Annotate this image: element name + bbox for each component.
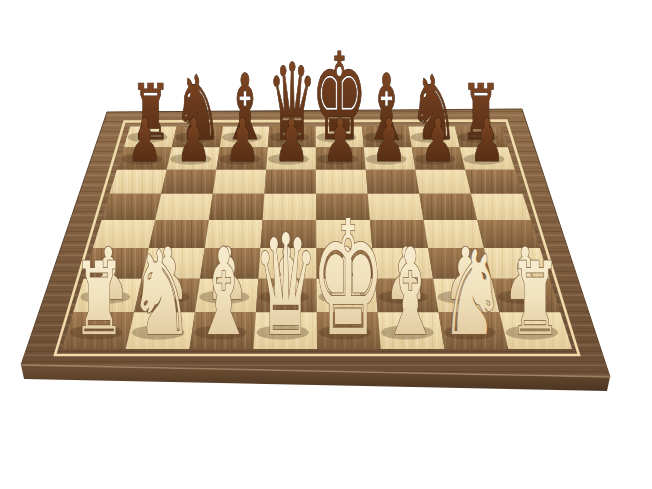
square-a5-grain — [102, 194, 162, 220]
piece-black-pawn-b7: ♟ — [176, 106, 211, 174]
chessboard-svg: ♜♞♝♛♚♝♞♜♟♟♟♟♟♟♟♟♟♟♟♟♟♟♟♟♜♞♝♛♚♝♞♜ — [0, 0, 652, 489]
piece-black-pawn-d7: ♟ — [274, 106, 309, 174]
piece-black-pawn-c7: ♟ — [225, 106, 260, 174]
square-h5-grain — [471, 194, 531, 220]
piece-black-pawn-g7: ♟ — [421, 106, 456, 174]
piece-white-knight-g1: ♞ — [440, 225, 505, 362]
square-g5-grain — [419, 194, 477, 220]
square-b5-grain — [155, 194, 213, 220]
piece-black-pawn-e7: ♟ — [323, 106, 358, 174]
piece-black-pawn-a7: ♟ — [127, 106, 162, 174]
piece-white-king-e1: ♚ — [311, 186, 385, 372]
piece-black-pawn-f7: ♟ — [372, 106, 407, 174]
piece-white-queen-d1: ♛ — [253, 205, 318, 367]
chess-set-photo: ♜♞♝♛♚♝♞♜♟♟♟♟♟♟♟♟♟♟♟♟♟♟♟♟♜♞♝♛♚♝♞♜ — [0, 0, 652, 489]
piece-white-rook-a1: ♜ — [73, 241, 125, 357]
piece-white-rook-h1: ♜ — [509, 241, 561, 357]
piece-white-bishop-f1: ♝ — [380, 223, 440, 362]
piece-white-bishop-c1: ♝ — [193, 223, 253, 362]
piece-white-knight-b1: ♞ — [129, 225, 194, 362]
piece-black-pawn-h7: ♟ — [469, 106, 504, 174]
